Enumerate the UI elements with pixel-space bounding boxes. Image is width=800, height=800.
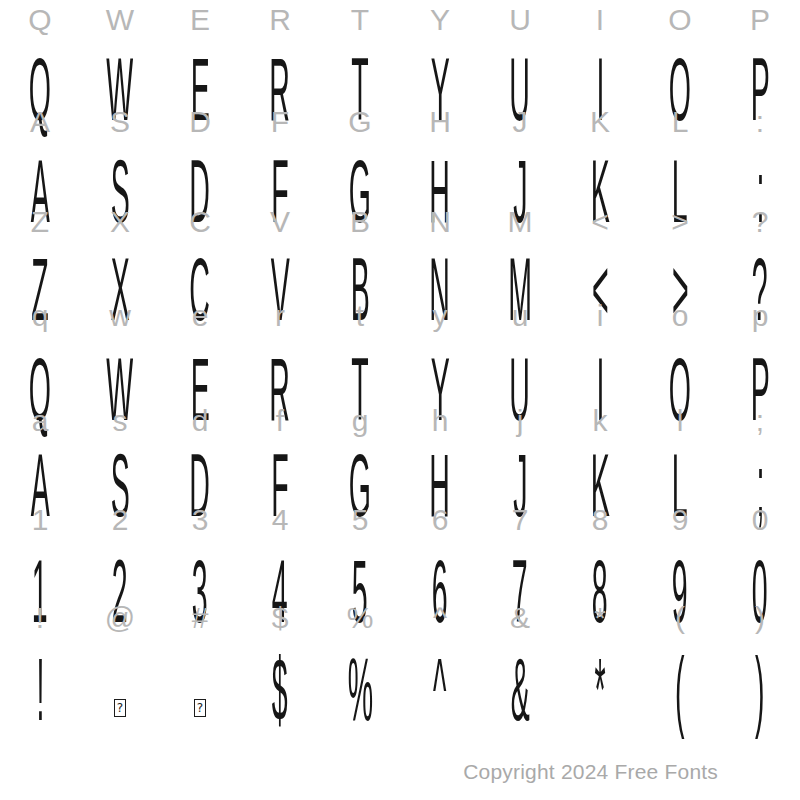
label-cell: u [480,301,560,331]
reference-label: J [513,107,528,137]
label-cell: $ [240,603,320,633]
label-cell: t [320,301,400,331]
label-cell: C [160,207,240,237]
reference-label: D [189,107,211,137]
label-cell: i [560,301,640,331]
label-cell: @ [80,603,160,633]
label-cell: U [480,5,560,35]
label-row-6: 1234567890 [0,505,800,535]
label-cell: E [160,5,240,35]
reference-label: ^ [433,603,447,633]
reference-label: R [269,5,291,35]
reference-label: o [672,301,689,331]
label-cell: j [480,406,560,436]
label-cell: ; [720,406,800,436]
reference-label: N [429,207,451,237]
reference-label: Z [31,207,49,237]
reference-label: G [348,107,371,137]
label-cell: y [400,301,480,331]
reference-label: $ [272,603,289,633]
label-cell: R [240,5,320,35]
font-glyph: * [594,644,605,734]
label-cell: ( [640,603,720,633]
reference-label: 4 [272,505,289,535]
label-cell: p [720,301,800,331]
label-cell: N [400,207,480,237]
reference-label: 6 [432,505,449,535]
reference-label: W [106,5,134,35]
reference-label: ! [36,603,44,633]
reference-label: L [672,107,689,137]
reference-label: 2 [112,505,129,535]
label-cell: & [480,603,560,633]
label-cell: w [80,301,160,331]
label-cell: o [640,301,720,331]
glyph-cell: ( [640,644,720,734]
reference-label: 3 [192,505,209,535]
reference-label: T [351,5,369,35]
reference-label: u [512,301,529,331]
copyright-watermark: Copyright 2024 Free Fonts [463,761,718,782]
label-cell: K [560,107,640,137]
reference-label: S [110,107,130,137]
label-cell: 5 [320,505,400,535]
label-row-5: asdfghjkl; [0,406,800,436]
label-cell: > [640,207,720,237]
reference-label: 7 [512,505,529,535]
label-cell: M [480,207,560,237]
reference-label: < [591,207,609,237]
label-cell: d [160,406,240,436]
reference-label: s [113,406,128,436]
label-cell: X [80,207,160,237]
glyph-cell: ) [720,644,800,734]
label-cell: ^ [400,603,480,633]
font-glyph: ( [675,644,685,734]
label-cell: 2 [80,505,160,535]
label-cell: ! [0,603,80,633]
reference-label: 9 [672,505,689,535]
font-glyph: % [347,644,372,734]
reference-label: p [752,301,769,331]
label-cell: T [320,5,400,35]
glyph-cell: ? [80,644,160,734]
reference-label: w [109,301,131,331]
reference-label: Y [430,5,450,35]
font-glyph: ) [755,644,765,734]
label-row-7: !@#$%^&*() [0,603,800,633]
reference-label: l [677,406,684,436]
label-cell: O [640,5,720,35]
missing-glyph-box: ? [194,699,206,717]
label-cell: A [0,107,80,137]
label-cell: 6 [400,505,480,535]
reference-label: ( [675,603,685,633]
label-row-1: QWERTYUIOP [0,5,800,35]
reference-label: H [429,107,451,137]
label-cell: ? [720,207,800,237]
glyph-row-7: !??$%^&*() [0,644,800,734]
label-row-2: ASDFGHJKL: [0,107,800,137]
label-row-4: qwertyuiop [0,301,800,331]
label-cell: s [80,406,160,436]
reference-label: y [433,301,448,331]
label-cell: * [560,603,640,633]
reference-label: : [756,107,764,137]
font-glyph: & [510,644,529,734]
reference-label: a [32,406,49,436]
reference-label: r [275,301,285,331]
label-cell: G [320,107,400,137]
reference-label: 5 [352,505,369,535]
glyph-cell: % [320,644,400,734]
label-cell: < [560,207,640,237]
font-glyph: $ [272,644,288,734]
glyph-cell: ^ [400,644,480,734]
reference-label: Q [28,5,51,35]
label-cell: I [560,5,640,35]
reference-label: 0 [752,505,769,535]
label-cell: H [400,107,480,137]
reference-label: q [32,301,49,331]
reference-label: # [192,603,209,633]
reference-label: 1 [32,505,49,535]
reference-label: j [517,406,524,436]
reference-label: K [590,107,610,137]
reference-label: F [271,107,289,137]
label-cell: e [160,301,240,331]
label-cell: 9 [640,505,720,535]
label-cell: V [240,207,320,237]
reference-label: P [750,5,770,35]
reference-label: % [347,603,374,633]
reference-label: 8 [592,505,609,535]
glyph-cell: & [480,644,560,734]
label-cell: r [240,301,320,331]
label-cell: q [0,301,80,331]
font-specimen-sheet: QWERTYUIOP QWERTYUIOP ASDFGHJKL: ASDFGHJ… [0,0,800,800]
label-cell: h [400,406,480,436]
reference-label: ) [755,603,765,633]
reference-label: h [432,406,449,436]
label-cell: # [160,603,240,633]
label-cell: 0 [720,505,800,535]
label-cell: ) [720,603,800,633]
glyph-cell: $ [240,644,320,734]
label-cell: 1 [0,505,80,535]
font-glyph: ^ [433,644,446,734]
reference-label: * [594,603,606,633]
glyph-cell: * [560,644,640,734]
label-cell: Z [0,207,80,237]
reference-label: t [356,301,364,331]
reference-label: O [668,5,691,35]
reference-label: @ [105,603,135,633]
reference-label: ? [752,207,769,237]
label-cell: D [160,107,240,137]
label-cell: f [240,406,320,436]
reference-label: & [510,603,530,633]
label-cell: 8 [560,505,640,535]
reference-label: E [190,5,210,35]
reference-label: i [597,301,604,331]
reference-label: U [509,5,531,35]
label-cell: : [720,107,800,137]
missing-glyph-box: ? [114,699,126,717]
label-cell: 4 [240,505,320,535]
label-cell: P [720,5,800,35]
label-cell: Y [400,5,480,35]
label-cell: 3 [160,505,240,535]
label-cell: % [320,603,400,633]
reference-label: A [30,107,50,137]
label-cell: L [640,107,720,137]
label-cell: F [240,107,320,137]
label-cell: Q [0,5,80,35]
label-cell: 7 [480,505,560,535]
reference-label: f [276,406,284,436]
reference-label: g [352,406,369,436]
font-glyph: ! [36,644,44,734]
label-cell: W [80,5,160,35]
reference-label: ; [756,406,764,436]
glyph-cell: ? [160,644,240,734]
reference-label: I [596,5,604,35]
label-cell: B [320,207,400,237]
reference-label: e [192,301,209,331]
label-cell: J [480,107,560,137]
reference-label: d [192,406,209,436]
reference-label: k [593,406,608,436]
reference-label: B [350,207,370,237]
label-cell: g [320,406,400,436]
glyph-cell: ! [0,644,80,734]
label-cell: k [560,406,640,436]
label-cell: a [0,406,80,436]
label-cell: S [80,107,160,137]
reference-label: > [671,207,689,237]
label-row-3: ZXCVBNM<>? [0,207,800,237]
reference-label: C [189,207,211,237]
reference-label: V [270,207,290,237]
reference-label: X [110,207,130,237]
label-cell: l [640,406,720,436]
reference-label: M [508,207,533,237]
